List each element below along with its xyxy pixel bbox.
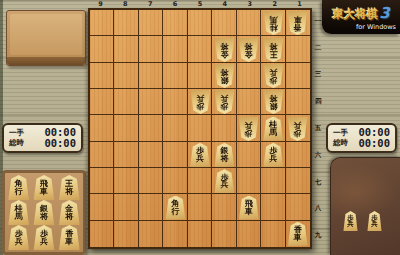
file-label: 8	[113, 0, 138, 8]
rank-label: 二	[313, 35, 323, 62]
stand-piece[interactable]: 歩 兵	[33, 225, 55, 250]
rank-label: 七	[313, 169, 323, 196]
stand-piece[interactable]: 香 車	[58, 225, 80, 250]
right-clock-panel: 一手 総時 00:00 00:00	[326, 123, 397, 153]
shogi-piece-sente-knight[interactable]: 桂 馬	[263, 117, 284, 141]
shogi-piece-gote-silver[interactable]: 銀 将	[263, 90, 284, 114]
left-clock-panel: 一手 総時 00:00 00:00	[2, 123, 83, 153]
captured-piece[interactable]: 歩 兵	[367, 211, 382, 231]
shogi-piece-gote-gold[interactable]: 金 将	[238, 38, 259, 62]
piece-stand-surface	[10, 14, 82, 55]
file-label: 6	[163, 0, 188, 8]
shogi-piece-gote-gold[interactable]: 金 将	[214, 38, 235, 62]
stand-piece[interactable]: 王 将	[58, 175, 80, 200]
right-clock-total-time: 00:00	[358, 138, 390, 149]
shogi-piece-sente-pawn[interactable]: 歩 兵	[214, 169, 235, 193]
rank-labels: 一二三四五六七八九	[313, 8, 323, 249]
shogi-piece-gote-silver[interactable]: 銀 将	[214, 64, 235, 88]
piece-layer: 香 車桂 馬王 将金 将金 将歩 兵銀 将銀 将歩 兵歩 兵歩 兵歩 兵桂 馬歩…	[90, 10, 310, 247]
gote-empty-piece-stand	[6, 10, 86, 66]
shogi-piece-gote-pawn[interactable]: 歩 兵	[287, 117, 308, 141]
shogi-piece-sente-rook[interactable]: 飛 車	[238, 196, 259, 220]
shogi-piece-gote-king[interactable]: 王 将	[263, 38, 284, 62]
shogi-piece-sente-silver[interactable]: 銀 将	[214, 143, 235, 167]
left-clock-move-label: 一手	[9, 129, 24, 137]
shogi-piece-sente-pawn[interactable]: 歩 兵	[263, 143, 284, 167]
logo-title: 東大将棋	[332, 7, 378, 22]
stand-piece[interactable]: 桂 馬	[8, 200, 30, 225]
shogi-piece-sente-pawn[interactable]: 歩 兵	[190, 143, 211, 167]
right-clock-total-label: 総時	[333, 139, 348, 147]
shogi-board[interactable]: 香 車桂 馬王 将金 将金 将歩 兵銀 将銀 将歩 兵歩 兵歩 兵歩 兵桂 馬歩…	[88, 8, 312, 249]
file-label: 4	[212, 0, 237, 8]
left-clock-total-label: 総時	[9, 139, 24, 147]
stand-piece[interactable]: 角 行	[8, 175, 30, 200]
file-label: 5	[188, 0, 213, 8]
piece-stand-front-edge	[7, 57, 85, 65]
shogi-piece-sente-bishop[interactable]: 角 行	[165, 196, 186, 220]
logo-version: 3	[379, 4, 389, 22]
file-label: 7	[138, 0, 163, 8]
sente-piece-stand: 角 行飛 車王 将桂 馬銀 将金 将歩 兵歩 兵香 車	[2, 170, 86, 255]
stand-piece[interactable]: 金 将	[58, 200, 80, 225]
shogi-game-screen: 一手 総時 00:00 00:00 角 行飛 車王 将桂 馬銀 将金 将歩 兵歩…	[0, 0, 400, 255]
shogi-piece-gote-pawn[interactable]: 歩 兵	[263, 64, 284, 88]
shogi-piece-gote-pawn[interactable]: 歩 兵	[238, 117, 259, 141]
gote-capture-stand: 歩 兵歩 兵	[330, 157, 400, 255]
file-label: 2	[262, 0, 287, 8]
file-label: 3	[237, 0, 262, 8]
rank-label: 一	[313, 8, 323, 35]
stand-piece[interactable]: 歩 兵	[8, 225, 30, 250]
rank-label: 四	[313, 88, 323, 115]
stand-piece[interactable]: 飛 車	[33, 175, 55, 200]
shogi-piece-gote-pawn[interactable]: 歩 兵	[190, 90, 211, 114]
shogi-piece-gote-pawn[interactable]: 歩 兵	[214, 90, 235, 114]
rank-label: 六	[313, 142, 323, 169]
left-clock-total-time: 00:00	[44, 138, 76, 149]
rank-label: 五	[313, 115, 323, 142]
logo-panel: 東大将棋 3 for Windows	[322, 0, 400, 34]
file-label: 9	[88, 0, 113, 8]
logo-subtitle: for Windows	[356, 23, 396, 31]
captured-piece[interactable]: 歩 兵	[343, 211, 358, 231]
shogi-piece-gote-lance[interactable]: 香 車	[287, 11, 308, 35]
rank-label: 八	[313, 195, 323, 222]
stand-piece[interactable]: 銀 将	[33, 200, 55, 225]
rank-label: 三	[313, 62, 323, 89]
right-clock-move-label: 一手	[333, 129, 348, 137]
file-labels: 987654321	[88, 0, 312, 8]
shogi-piece-sente-lance[interactable]: 香 車	[287, 222, 308, 246]
shogi-piece-gote-knight[interactable]: 桂 馬	[263, 11, 284, 35]
file-label: 1	[287, 0, 312, 8]
rank-label: 九	[313, 222, 323, 249]
